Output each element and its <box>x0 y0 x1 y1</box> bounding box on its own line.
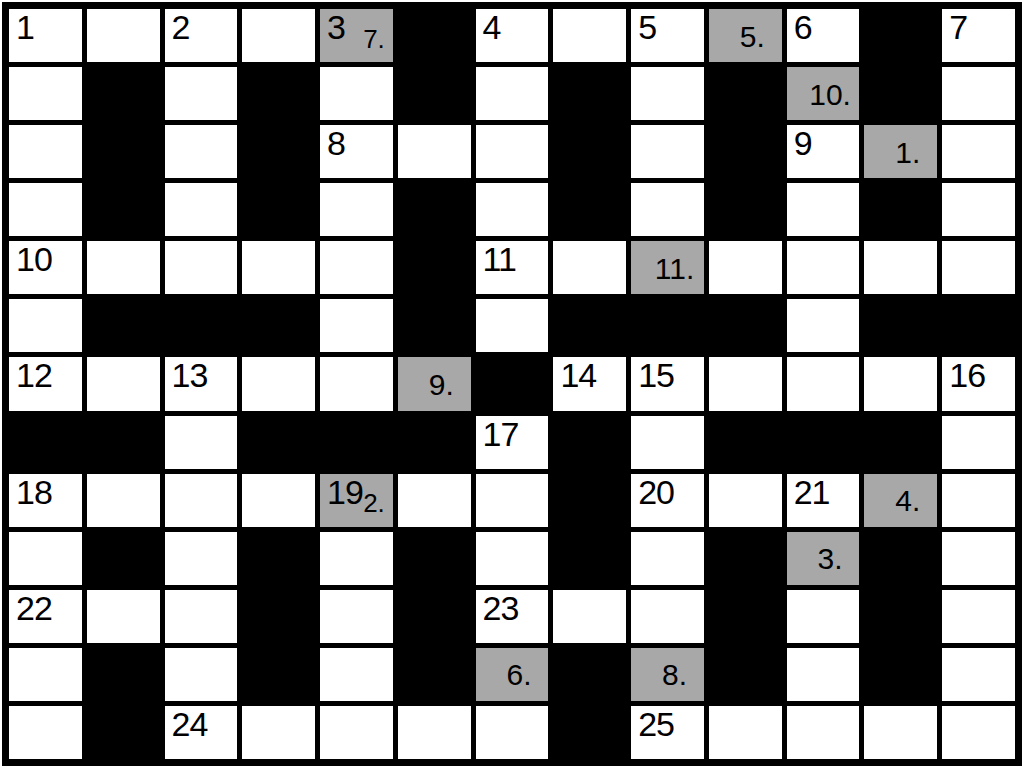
clue-number-5: 5 <box>638 10 656 46</box>
cell-r10c13[interactable] <box>942 532 1015 585</box>
cell-r4c6-block <box>398 183 471 236</box>
cell-r10c3[interactable] <box>165 532 238 585</box>
cell-r13c6[interactable] <box>398 706 471 759</box>
cell-r7c10[interactable] <box>709 357 782 410</box>
cell-r2c7[interactable] <box>476 67 549 120</box>
cell-r6c6-block <box>398 299 471 352</box>
gray-cell-label-6: 6. <box>476 658 549 692</box>
cell-r6c13-block <box>942 299 1015 352</box>
cell-r7c11[interactable] <box>787 357 860 410</box>
cell-r10c1[interactable] <box>9 532 82 585</box>
clue-number-11: 11 <box>483 242 516 278</box>
gray-cell-label-4: 4. <box>864 484 937 518</box>
cell-r5c4[interactable] <box>242 241 315 294</box>
clue-number-10: 10 <box>16 242 52 278</box>
clue-number-25: 25 <box>638 707 674 743</box>
cell-r12c1[interactable] <box>9 648 82 701</box>
clue-number-2: 2 <box>172 10 190 46</box>
cell-r2c12-block <box>864 67 937 120</box>
cell-r3c6[interactable] <box>398 125 471 178</box>
cell-r2c11[interactable]: 10. <box>787 67 860 120</box>
cell-r10c12-block <box>864 532 937 585</box>
cell-r2c6-block <box>398 67 471 120</box>
cell-r13c2-block <box>87 706 160 759</box>
cell-r8c4-block <box>242 416 315 469</box>
clue-number-15: 15 <box>638 358 674 394</box>
cell-r7c2[interactable] <box>87 357 160 410</box>
cell-r3c12[interactable]: 1. <box>864 125 937 178</box>
cell-r12c6-block <box>398 648 471 701</box>
cell-r9c2[interactable] <box>87 474 160 527</box>
cell-r5c7[interactable]: 11 <box>476 241 549 294</box>
clue-number-24: 24 <box>172 707 208 743</box>
cell-r13c11[interactable] <box>787 706 860 759</box>
clue-number-1: 1 <box>16 10 34 46</box>
cell-r13c5[interactable] <box>320 706 393 759</box>
cell-r10c4-block <box>242 532 315 585</box>
cell-r9c4[interactable] <box>242 474 315 527</box>
cell-r5c12[interactable] <box>864 241 937 294</box>
cell-r9c10[interactable] <box>709 474 782 527</box>
clue-number-7: 7 <box>949 10 967 46</box>
cell-r8c6-block <box>398 416 471 469</box>
cell-r1c10[interactable]: 5. <box>709 9 782 62</box>
cell-r5c9[interactable]: 11. <box>631 241 704 294</box>
clue-number-8: 8 <box>327 126 345 162</box>
cell-r8c3[interactable] <box>165 416 238 469</box>
cell-r4c2-block <box>87 183 160 236</box>
cell-r3c9[interactable] <box>631 125 704 178</box>
cell-r12c9[interactable]: 8. <box>631 648 704 701</box>
cell-r8c8-block <box>553 416 626 469</box>
cell-r9c11[interactable]: 21 <box>787 474 860 527</box>
cell-r5c5[interactable] <box>320 241 393 294</box>
cell-r9c9[interactable]: 20 <box>631 474 704 527</box>
cell-r11c10-block <box>709 590 782 643</box>
cell-r2c9[interactable] <box>631 67 704 120</box>
cell-r13c1[interactable] <box>9 706 82 759</box>
cell-r9c7[interactable] <box>476 474 549 527</box>
cell-r7c12[interactable] <box>864 357 937 410</box>
cell-r2c10-block <box>709 67 782 120</box>
cell-r8c9[interactable] <box>631 416 704 469</box>
cell-r1c1[interactable]: 1 <box>9 9 82 62</box>
gray-cell-label-10: 10. <box>787 78 860 112</box>
cell-r5c1[interactable]: 10 <box>9 241 82 294</box>
clue-number-23: 23 <box>483 591 519 627</box>
cell-r11c1[interactable]: 22 <box>9 590 82 643</box>
cell-r6c11[interactable] <box>787 299 860 352</box>
cell-r13c13[interactable] <box>942 706 1015 759</box>
cell-r4c10-block <box>709 183 782 236</box>
cell-r12c13[interactable] <box>942 648 1015 701</box>
cell-r3c1[interactable] <box>9 125 82 178</box>
gray-cell-label-1: 1. <box>864 136 937 170</box>
cell-r10c2-block <box>87 532 160 585</box>
cell-r2c8-block <box>553 67 626 120</box>
cell-r1c7[interactable]: 4 <box>476 9 549 62</box>
cell-r6c12-block <box>864 299 937 352</box>
cell-r4c4-block <box>242 183 315 236</box>
cell-r1c3[interactable]: 2 <box>165 9 238 62</box>
cell-r9c1[interactable]: 18 <box>9 474 82 527</box>
cell-r8c11-block <box>787 416 860 469</box>
cell-r6c5[interactable] <box>320 299 393 352</box>
cell-r10c10-block <box>709 532 782 585</box>
cell-r11c6-block <box>398 590 471 643</box>
cell-r7c5[interactable] <box>320 357 393 410</box>
cell-r7c3[interactable]: 13 <box>165 357 238 410</box>
cell-r4c5[interactable] <box>320 183 393 236</box>
cell-r13c3[interactable]: 24 <box>165 706 238 759</box>
cell-r11c3[interactable] <box>165 590 238 643</box>
cell-r13c9[interactable]: 25 <box>631 706 704 759</box>
cell-r1c11[interactable]: 6 <box>787 9 860 62</box>
cell-r5c6-block <box>398 241 471 294</box>
clue-number-3: 3 <box>327 10 345 46</box>
cell-r5c2[interactable] <box>87 241 160 294</box>
cell-r12c4-block <box>242 648 315 701</box>
cell-r9c13[interactable] <box>942 474 1015 527</box>
cell-r5c3[interactable] <box>165 241 238 294</box>
cell-r6c4-block <box>242 299 315 352</box>
cell-r1c8[interactable] <box>553 9 626 62</box>
cell-r6c3-block <box>165 299 238 352</box>
cell-r7c9[interactable]: 15 <box>631 357 704 410</box>
cell-r4c13[interactable] <box>942 183 1015 236</box>
cell-r1c4[interactable] <box>242 9 315 62</box>
clue-number-6: 6 <box>794 10 812 46</box>
cell-r12c10-block <box>709 648 782 701</box>
cell-r7c8[interactable]: 14 <box>553 357 626 410</box>
cell-r9c6[interactable] <box>398 474 471 527</box>
clue-number-18: 18 <box>16 475 52 511</box>
cell-r12c5[interactable] <box>320 648 393 701</box>
cell-r8c12-block <box>864 416 937 469</box>
cell-r3c3[interactable] <box>165 125 238 178</box>
cell-r9c8-block <box>553 474 626 527</box>
cell-r13c4[interactable] <box>242 706 315 759</box>
cell-r3c10-block <box>709 125 782 178</box>
cell-r2c2-block <box>87 67 160 120</box>
cell-r13c7[interactable] <box>476 706 549 759</box>
cell-r9c5[interactable]: 192. <box>320 474 393 527</box>
cell-r11c7[interactable]: 23 <box>476 590 549 643</box>
gray-cell-label-11: 11. <box>631 252 704 286</box>
cell-r6c10-block <box>709 299 782 352</box>
cell-r3c4-block <box>242 125 315 178</box>
cell-r3c5[interactable]: 8 <box>320 125 393 178</box>
cell-r8c2-block <box>87 416 160 469</box>
cell-r13c8-block <box>553 706 626 759</box>
cell-r6c8-block <box>553 299 626 352</box>
cell-r10c8-block <box>553 532 626 585</box>
cell-r7c7-block <box>476 357 549 410</box>
cell-r1c6-block <box>398 9 471 62</box>
clue-number-13: 13 <box>172 358 208 394</box>
cell-r4c12-block <box>864 183 937 236</box>
cell-r11c13[interactable] <box>942 590 1015 643</box>
cell-r12c7[interactable]: 6. <box>476 648 549 701</box>
cell-r7c1[interactable]: 12 <box>9 357 82 410</box>
cell-r12c12-block <box>864 648 937 701</box>
cell-r2c1[interactable] <box>9 67 82 120</box>
cell-r4c8-block <box>553 183 626 236</box>
cell-r2c4-block <box>242 67 315 120</box>
cell-r11c11[interactable] <box>787 590 860 643</box>
cell-r7c13[interactable]: 16 <box>942 357 1015 410</box>
cell-r2c3[interactable] <box>165 67 238 120</box>
cell-r5c8[interactable] <box>553 241 626 294</box>
cell-r5c13[interactable] <box>942 241 1015 294</box>
cell-r11c9[interactable] <box>631 590 704 643</box>
cell-r3c2-block <box>87 125 160 178</box>
gray-cell-label-5: 5. <box>709 20 782 54</box>
cell-r12c3[interactable] <box>165 648 238 701</box>
cell-r4c1[interactable] <box>9 183 82 236</box>
cell-r8c13[interactable] <box>942 416 1015 469</box>
clue-number-12: 12 <box>16 358 52 394</box>
clue-number-20: 20 <box>638 475 674 511</box>
cell-r6c1[interactable] <box>9 299 82 352</box>
clue-number-17: 17 <box>483 417 519 453</box>
cell-r12c2-block <box>87 648 160 701</box>
cell-r12c11[interactable] <box>787 648 860 701</box>
cell-r8c10-block <box>709 416 782 469</box>
clue-number-16: 16 <box>949 358 985 394</box>
cell-r4c3[interactable] <box>165 183 238 236</box>
gray-cell-label-8: 8. <box>631 658 704 692</box>
cell-r11c4-block <box>242 590 315 643</box>
gray-cell-label-2: 2. <box>363 488 385 519</box>
cell-r8c1-block <box>9 416 82 469</box>
cell-r5c11[interactable] <box>787 241 860 294</box>
cell-r4c11[interactable] <box>787 183 860 236</box>
cell-r1c12-block <box>864 9 937 62</box>
gray-cell-label-3: 3. <box>787 542 860 576</box>
cell-r6c2-block <box>87 299 160 352</box>
cell-r3c8-block <box>553 125 626 178</box>
cell-r1c13[interactable]: 7 <box>942 9 1015 62</box>
cell-r12c8-block <box>553 648 626 701</box>
cell-r8c5-block <box>320 416 393 469</box>
cell-r3c13[interactable] <box>942 125 1015 178</box>
cell-r3c11[interactable]: 9 <box>787 125 860 178</box>
cell-r10c6-block <box>398 532 471 585</box>
gray-cell-label-7: 7. <box>363 24 385 55</box>
cell-r10c5[interactable] <box>320 532 393 585</box>
crossword-grid: 1237.455.6710.891.101111.12139.141516171… <box>2 2 1022 766</box>
cell-r11c8[interactable] <box>553 590 626 643</box>
cell-r9c12[interactable]: 4. <box>864 474 937 527</box>
clue-number-4: 4 <box>483 10 501 46</box>
clue-number-19: 19 <box>327 475 363 511</box>
clue-number-22: 22 <box>16 591 52 627</box>
cell-r7c6[interactable]: 9. <box>398 357 471 410</box>
cell-r4c9[interactable] <box>631 183 704 236</box>
cell-r9c3[interactable] <box>165 474 238 527</box>
cell-r10c7[interactable] <box>476 532 549 585</box>
cell-r11c5[interactable] <box>320 590 393 643</box>
cell-r13c12[interactable] <box>864 706 937 759</box>
cell-r8c7[interactable]: 17 <box>476 416 549 469</box>
cell-r1c9[interactable]: 5 <box>631 9 704 62</box>
cell-r13c10[interactable] <box>709 706 782 759</box>
cell-r1c5[interactable]: 37. <box>320 9 393 62</box>
clue-number-9: 9 <box>794 126 812 162</box>
cell-r11c2[interactable] <box>87 590 160 643</box>
cell-r10c11[interactable]: 3. <box>787 532 860 585</box>
cell-r6c7[interactable] <box>476 299 549 352</box>
cell-r3c7[interactable] <box>476 125 549 178</box>
cell-r11c12-block <box>864 590 937 643</box>
cell-r4c7[interactable] <box>476 183 549 236</box>
cell-r7c4[interactable] <box>242 357 315 410</box>
cell-r5c10[interactable] <box>709 241 782 294</box>
gray-cell-label-9: 9. <box>398 368 471 402</box>
cell-r2c5[interactable] <box>320 67 393 120</box>
clue-number-21: 21 <box>794 475 830 511</box>
crossword-page: 1237.455.6710.891.101111.12139.141516171… <box>0 0 1024 768</box>
clue-number-14: 14 <box>560 358 596 394</box>
cell-r6c9-block <box>631 299 704 352</box>
cell-r1c2[interactable] <box>87 9 160 62</box>
cell-r2c13[interactable] <box>942 67 1015 120</box>
cell-r10c9[interactable] <box>631 532 704 585</box>
